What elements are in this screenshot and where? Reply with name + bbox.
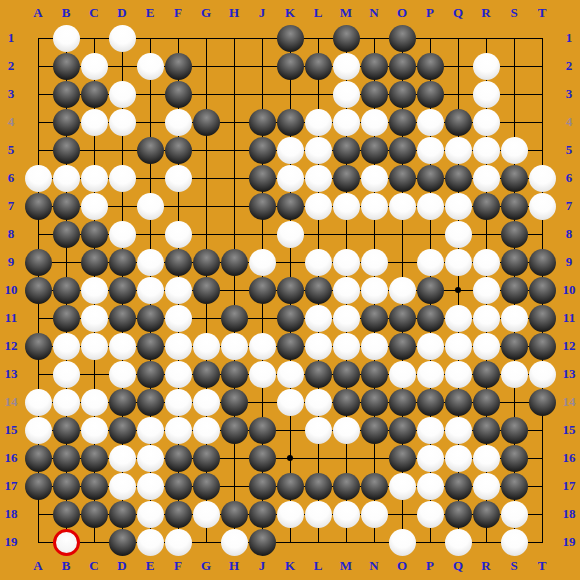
point-P15[interactable]: [416, 416, 444, 444]
point-P14[interactable]: [416, 388, 444, 416]
point-M12[interactable]: [332, 332, 360, 360]
point-K6[interactable]: [276, 164, 304, 192]
point-N3[interactable]: [360, 80, 388, 108]
point-S3[interactable]: [500, 80, 528, 108]
point-B11[interactable]: [52, 304, 80, 332]
point-E17[interactable]: [136, 472, 164, 500]
point-M2[interactable]: [332, 52, 360, 80]
point-T3[interactable]: [528, 80, 556, 108]
point-D2[interactable]: [108, 52, 136, 80]
point-F7[interactable]: [164, 192, 192, 220]
point-M18[interactable]: [332, 500, 360, 528]
point-T7[interactable]: [528, 192, 556, 220]
point-M3[interactable]: [332, 80, 360, 108]
point-O18[interactable]: [388, 500, 416, 528]
point-O6[interactable]: [388, 164, 416, 192]
point-C9[interactable]: [80, 248, 108, 276]
point-H12[interactable]: [220, 332, 248, 360]
point-B8[interactable]: [52, 220, 80, 248]
point-A16[interactable]: [24, 444, 52, 472]
point-B5[interactable]: [52, 136, 80, 164]
point-N13[interactable]: [360, 360, 388, 388]
point-Q17[interactable]: [444, 472, 472, 500]
point-S14[interactable]: [500, 388, 528, 416]
point-S17[interactable]: [500, 472, 528, 500]
point-H10[interactable]: [220, 276, 248, 304]
point-C11[interactable]: [80, 304, 108, 332]
point-O2[interactable]: [388, 52, 416, 80]
point-G17[interactable]: [192, 472, 220, 500]
point-L9[interactable]: [304, 248, 332, 276]
point-E1[interactable]: [136, 24, 164, 52]
point-R2[interactable]: [472, 52, 500, 80]
point-N1[interactable]: [360, 24, 388, 52]
point-J10[interactable]: [248, 276, 276, 304]
point-P11[interactable]: [416, 304, 444, 332]
point-O13[interactable]: [388, 360, 416, 388]
point-D8[interactable]: [108, 220, 136, 248]
point-A12[interactable]: [24, 332, 52, 360]
point-K1[interactable]: [276, 24, 304, 52]
point-S9[interactable]: [500, 248, 528, 276]
point-C4[interactable]: [80, 108, 108, 136]
point-R5[interactable]: [472, 136, 500, 164]
point-O1[interactable]: [388, 24, 416, 52]
point-Q12[interactable]: [444, 332, 472, 360]
point-E13[interactable]: [136, 360, 164, 388]
point-K18[interactable]: [276, 500, 304, 528]
point-C17[interactable]: [80, 472, 108, 500]
point-R13[interactable]: [472, 360, 500, 388]
point-P10[interactable]: [416, 276, 444, 304]
point-L12[interactable]: [304, 332, 332, 360]
point-M8[interactable]: [332, 220, 360, 248]
point-H9[interactable]: [220, 248, 248, 276]
point-B18[interactable]: [52, 500, 80, 528]
point-J15[interactable]: [248, 416, 276, 444]
point-A13[interactable]: [24, 360, 52, 388]
point-C7[interactable]: [80, 192, 108, 220]
point-E2[interactable]: [136, 52, 164, 80]
point-B3[interactable]: [52, 80, 80, 108]
point-P6[interactable]: [416, 164, 444, 192]
point-K3[interactable]: [276, 80, 304, 108]
point-P12[interactable]: [416, 332, 444, 360]
point-A18[interactable]: [24, 500, 52, 528]
point-F2[interactable]: [164, 52, 192, 80]
point-L18[interactable]: [304, 500, 332, 528]
point-Q11[interactable]: [444, 304, 472, 332]
point-D14[interactable]: [108, 388, 136, 416]
point-D16[interactable]: [108, 444, 136, 472]
point-P9[interactable]: [416, 248, 444, 276]
point-T14[interactable]: [528, 388, 556, 416]
point-R6[interactable]: [472, 164, 500, 192]
point-O12[interactable]: [388, 332, 416, 360]
point-P17[interactable]: [416, 472, 444, 500]
point-K9[interactable]: [276, 248, 304, 276]
point-J3[interactable]: [248, 80, 276, 108]
point-G2[interactable]: [192, 52, 220, 80]
point-H4[interactable]: [220, 108, 248, 136]
point-K10[interactable]: [276, 276, 304, 304]
point-H15[interactable]: [220, 416, 248, 444]
point-L3[interactable]: [304, 80, 332, 108]
point-F16[interactable]: [164, 444, 192, 472]
point-G15[interactable]: [192, 416, 220, 444]
point-F11[interactable]: [164, 304, 192, 332]
point-S10[interactable]: [500, 276, 528, 304]
point-Q2[interactable]: [444, 52, 472, 80]
point-L4[interactable]: [304, 108, 332, 136]
point-Q5[interactable]: [444, 136, 472, 164]
point-P19[interactable]: [416, 528, 444, 556]
point-N18[interactable]: [360, 500, 388, 528]
point-G10[interactable]: [192, 276, 220, 304]
point-B12[interactable]: [52, 332, 80, 360]
point-L15[interactable]: [304, 416, 332, 444]
point-A9[interactable]: [24, 248, 52, 276]
point-M6[interactable]: [332, 164, 360, 192]
point-Q8[interactable]: [444, 220, 472, 248]
point-A1[interactable]: [24, 24, 52, 52]
point-R19[interactable]: [472, 528, 500, 556]
point-O15[interactable]: [388, 416, 416, 444]
point-J16[interactable]: [248, 444, 276, 472]
point-D3[interactable]: [108, 80, 136, 108]
point-E10[interactable]: [136, 276, 164, 304]
point-L11[interactable]: [304, 304, 332, 332]
point-E6[interactable]: [136, 164, 164, 192]
point-K11[interactable]: [276, 304, 304, 332]
point-T19[interactable]: [528, 528, 556, 556]
point-J2[interactable]: [248, 52, 276, 80]
point-D18[interactable]: [108, 500, 136, 528]
point-D6[interactable]: [108, 164, 136, 192]
point-J11[interactable]: [248, 304, 276, 332]
point-K15[interactable]: [276, 416, 304, 444]
point-O7[interactable]: [388, 192, 416, 220]
point-T16[interactable]: [528, 444, 556, 472]
point-Q15[interactable]: [444, 416, 472, 444]
point-T1[interactable]: [528, 24, 556, 52]
point-L7[interactable]: [304, 192, 332, 220]
point-S11[interactable]: [500, 304, 528, 332]
point-P13[interactable]: [416, 360, 444, 388]
point-F6[interactable]: [164, 164, 192, 192]
point-R16[interactable]: [472, 444, 500, 472]
point-T5[interactable]: [528, 136, 556, 164]
point-C16[interactable]: [80, 444, 108, 472]
point-F3[interactable]: [164, 80, 192, 108]
point-O11[interactable]: [388, 304, 416, 332]
point-P1[interactable]: [416, 24, 444, 52]
point-B2[interactable]: [52, 52, 80, 80]
point-T12[interactable]: [528, 332, 556, 360]
point-C19[interactable]: [80, 528, 108, 556]
point-E11[interactable]: [136, 304, 164, 332]
point-G8[interactable]: [192, 220, 220, 248]
point-A7[interactable]: [24, 192, 52, 220]
point-J8[interactable]: [248, 220, 276, 248]
point-M11[interactable]: [332, 304, 360, 332]
point-S6[interactable]: [500, 164, 528, 192]
point-J12[interactable]: [248, 332, 276, 360]
point-M10[interactable]: [332, 276, 360, 304]
point-K14[interactable]: [276, 388, 304, 416]
point-S19[interactable]: [500, 528, 528, 556]
point-J14[interactable]: [248, 388, 276, 416]
point-C18[interactable]: [80, 500, 108, 528]
point-E9[interactable]: [136, 248, 164, 276]
point-G6[interactable]: [192, 164, 220, 192]
point-K16[interactable]: [276, 444, 304, 472]
point-S15[interactable]: [500, 416, 528, 444]
point-J4[interactable]: [248, 108, 276, 136]
point-A5[interactable]: [24, 136, 52, 164]
point-H5[interactable]: [220, 136, 248, 164]
point-O8[interactable]: [388, 220, 416, 248]
point-C2[interactable]: [80, 52, 108, 80]
point-O10[interactable]: [388, 276, 416, 304]
point-R10[interactable]: [472, 276, 500, 304]
point-R12[interactable]: [472, 332, 500, 360]
point-F19[interactable]: [164, 528, 192, 556]
point-C3[interactable]: [80, 80, 108, 108]
point-B19[interactable]: [52, 528, 80, 556]
point-L14[interactable]: [304, 388, 332, 416]
point-N10[interactable]: [360, 276, 388, 304]
point-A4[interactable]: [24, 108, 52, 136]
point-D7[interactable]: [108, 192, 136, 220]
point-L1[interactable]: [304, 24, 332, 52]
point-E4[interactable]: [136, 108, 164, 136]
point-R14[interactable]: [472, 388, 500, 416]
point-N16[interactable]: [360, 444, 388, 472]
point-K2[interactable]: [276, 52, 304, 80]
point-C6[interactable]: [80, 164, 108, 192]
point-S1[interactable]: [500, 24, 528, 52]
point-E8[interactable]: [136, 220, 164, 248]
point-G11[interactable]: [192, 304, 220, 332]
point-M4[interactable]: [332, 108, 360, 136]
point-N7[interactable]: [360, 192, 388, 220]
point-P18[interactable]: [416, 500, 444, 528]
point-N5[interactable]: [360, 136, 388, 164]
point-C12[interactable]: [80, 332, 108, 360]
point-R7[interactable]: [472, 192, 500, 220]
point-D17[interactable]: [108, 472, 136, 500]
point-H7[interactable]: [220, 192, 248, 220]
point-O14[interactable]: [388, 388, 416, 416]
point-B4[interactable]: [52, 108, 80, 136]
point-E14[interactable]: [136, 388, 164, 416]
point-M5[interactable]: [332, 136, 360, 164]
point-T9[interactable]: [528, 248, 556, 276]
point-K17[interactable]: [276, 472, 304, 500]
point-M19[interactable]: [332, 528, 360, 556]
point-H11[interactable]: [220, 304, 248, 332]
point-P8[interactable]: [416, 220, 444, 248]
point-S16[interactable]: [500, 444, 528, 472]
point-H13[interactable]: [220, 360, 248, 388]
point-F18[interactable]: [164, 500, 192, 528]
point-B9[interactable]: [52, 248, 80, 276]
point-H18[interactable]: [220, 500, 248, 528]
point-K12[interactable]: [276, 332, 304, 360]
point-D5[interactable]: [108, 136, 136, 164]
point-E15[interactable]: [136, 416, 164, 444]
point-D4[interactable]: [108, 108, 136, 136]
point-Q4[interactable]: [444, 108, 472, 136]
point-M14[interactable]: [332, 388, 360, 416]
point-S4[interactable]: [500, 108, 528, 136]
point-S8[interactable]: [500, 220, 528, 248]
point-D19[interactable]: [108, 528, 136, 556]
point-H1[interactable]: [220, 24, 248, 52]
point-D11[interactable]: [108, 304, 136, 332]
point-T13[interactable]: [528, 360, 556, 388]
point-F10[interactable]: [164, 276, 192, 304]
point-O9[interactable]: [388, 248, 416, 276]
point-G13[interactable]: [192, 360, 220, 388]
point-H17[interactable]: [220, 472, 248, 500]
point-F12[interactable]: [164, 332, 192, 360]
point-T11[interactable]: [528, 304, 556, 332]
point-G4[interactable]: [192, 108, 220, 136]
point-M9[interactable]: [332, 248, 360, 276]
point-B15[interactable]: [52, 416, 80, 444]
point-M7[interactable]: [332, 192, 360, 220]
point-R17[interactable]: [472, 472, 500, 500]
point-M17[interactable]: [332, 472, 360, 500]
point-B17[interactable]: [52, 472, 80, 500]
point-C10[interactable]: [80, 276, 108, 304]
point-H2[interactable]: [220, 52, 248, 80]
point-F9[interactable]: [164, 248, 192, 276]
point-A6[interactable]: [24, 164, 52, 192]
point-A10[interactable]: [24, 276, 52, 304]
point-F14[interactable]: [164, 388, 192, 416]
point-Q9[interactable]: [444, 248, 472, 276]
point-K19[interactable]: [276, 528, 304, 556]
point-B10[interactable]: [52, 276, 80, 304]
point-L5[interactable]: [304, 136, 332, 164]
point-T17[interactable]: [528, 472, 556, 500]
point-O19[interactable]: [388, 528, 416, 556]
point-L13[interactable]: [304, 360, 332, 388]
point-R11[interactable]: [472, 304, 500, 332]
point-J5[interactable]: [248, 136, 276, 164]
point-C1[interactable]: [80, 24, 108, 52]
point-H8[interactable]: [220, 220, 248, 248]
point-B7[interactable]: [52, 192, 80, 220]
point-N11[interactable]: [360, 304, 388, 332]
point-M13[interactable]: [332, 360, 360, 388]
point-J1[interactable]: [248, 24, 276, 52]
point-R3[interactable]: [472, 80, 500, 108]
point-Q19[interactable]: [444, 528, 472, 556]
point-Q13[interactable]: [444, 360, 472, 388]
point-N2[interactable]: [360, 52, 388, 80]
point-M1[interactable]: [332, 24, 360, 52]
point-N15[interactable]: [360, 416, 388, 444]
point-G3[interactable]: [192, 80, 220, 108]
point-A3[interactable]: [24, 80, 52, 108]
point-G5[interactable]: [192, 136, 220, 164]
point-L6[interactable]: [304, 164, 332, 192]
point-B14[interactable]: [52, 388, 80, 416]
point-F15[interactable]: [164, 416, 192, 444]
point-F5[interactable]: [164, 136, 192, 164]
point-A15[interactable]: [24, 416, 52, 444]
point-T18[interactable]: [528, 500, 556, 528]
point-B6[interactable]: [52, 164, 80, 192]
point-G1[interactable]: [192, 24, 220, 52]
point-J17[interactable]: [248, 472, 276, 500]
point-B13[interactable]: [52, 360, 80, 388]
point-R18[interactable]: [472, 500, 500, 528]
point-R1[interactable]: [472, 24, 500, 52]
point-H3[interactable]: [220, 80, 248, 108]
point-L19[interactable]: [304, 528, 332, 556]
point-C8[interactable]: [80, 220, 108, 248]
point-F8[interactable]: [164, 220, 192, 248]
point-Q18[interactable]: [444, 500, 472, 528]
point-E18[interactable]: [136, 500, 164, 528]
point-A11[interactable]: [24, 304, 52, 332]
point-S5[interactable]: [500, 136, 528, 164]
point-T4[interactable]: [528, 108, 556, 136]
point-Q14[interactable]: [444, 388, 472, 416]
point-O5[interactable]: [388, 136, 416, 164]
point-E7[interactable]: [136, 192, 164, 220]
point-H16[interactable]: [220, 444, 248, 472]
point-D12[interactable]: [108, 332, 136, 360]
point-F1[interactable]: [164, 24, 192, 52]
point-H6[interactable]: [220, 164, 248, 192]
point-Q16[interactable]: [444, 444, 472, 472]
point-O4[interactable]: [388, 108, 416, 136]
point-Q3[interactable]: [444, 80, 472, 108]
point-N8[interactable]: [360, 220, 388, 248]
point-D13[interactable]: [108, 360, 136, 388]
point-R8[interactable]: [472, 220, 500, 248]
point-T15[interactable]: [528, 416, 556, 444]
point-K7[interactable]: [276, 192, 304, 220]
point-A14[interactable]: [24, 388, 52, 416]
point-D10[interactable]: [108, 276, 136, 304]
point-F13[interactable]: [164, 360, 192, 388]
point-A19[interactable]: [24, 528, 52, 556]
point-E5[interactable]: [136, 136, 164, 164]
point-S18[interactable]: [500, 500, 528, 528]
point-C13[interactable]: [80, 360, 108, 388]
point-P3[interactable]: [416, 80, 444, 108]
point-E19[interactable]: [136, 528, 164, 556]
point-Q6[interactable]: [444, 164, 472, 192]
point-A8[interactable]: [24, 220, 52, 248]
point-S2[interactable]: [500, 52, 528, 80]
point-G18[interactable]: [192, 500, 220, 528]
point-O17[interactable]: [388, 472, 416, 500]
point-G16[interactable]: [192, 444, 220, 472]
point-O3[interactable]: [388, 80, 416, 108]
point-G9[interactable]: [192, 248, 220, 276]
point-J7[interactable]: [248, 192, 276, 220]
point-L16[interactable]: [304, 444, 332, 472]
point-L10[interactable]: [304, 276, 332, 304]
